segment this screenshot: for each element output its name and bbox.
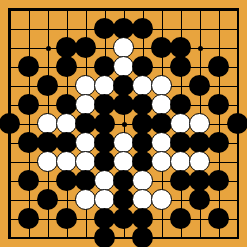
black-stone (132, 113, 153, 134)
white-stone (113, 151, 134, 172)
black-stone (37, 189, 58, 210)
black-stone (189, 170, 210, 191)
stones-layer (0, 0, 247, 247)
white-stone (94, 189, 115, 210)
black-stone (132, 56, 153, 77)
white-stone (189, 151, 210, 172)
black-stone (56, 94, 77, 115)
black-stone (94, 113, 115, 134)
black-stone (113, 208, 134, 229)
black-stone (113, 170, 134, 191)
black-stone (18, 170, 39, 191)
black-stone (189, 75, 210, 96)
black-stone (170, 170, 191, 191)
black-stone (170, 132, 191, 153)
black-stone (189, 132, 210, 153)
white-stone (37, 151, 58, 172)
white-stone (151, 189, 172, 210)
white-stone (56, 113, 77, 134)
black-stone (56, 56, 77, 77)
black-stone (132, 94, 153, 115)
white-stone (75, 132, 96, 153)
white-stone (132, 170, 153, 191)
white-stone (113, 37, 134, 58)
black-stone (75, 37, 96, 58)
black-stone (113, 18, 134, 39)
black-stone (208, 170, 229, 191)
black-stone (113, 189, 134, 210)
black-stone (170, 208, 191, 229)
black-stone (208, 208, 229, 229)
black-stone (18, 94, 39, 115)
black-stone (170, 94, 191, 115)
white-stone (132, 75, 153, 96)
black-stone (151, 113, 172, 134)
black-stone (132, 151, 153, 172)
black-stone (56, 132, 77, 153)
black-stone (18, 208, 39, 229)
white-stone (94, 75, 115, 96)
black-stone (132, 227, 153, 247)
black-stone (56, 170, 77, 191)
black-stone (208, 132, 229, 153)
black-stone (18, 56, 39, 77)
black-stone (113, 75, 134, 96)
white-stone (132, 189, 153, 210)
black-stone (0, 113, 20, 134)
black-stone (94, 132, 115, 153)
black-stone (75, 170, 96, 191)
white-stone (75, 189, 96, 210)
black-stone (132, 208, 153, 229)
white-stone (170, 113, 191, 134)
black-stone (94, 56, 115, 77)
white-stone (189, 113, 210, 134)
black-stone (56, 37, 77, 58)
white-stone (75, 151, 96, 172)
black-stone (18, 132, 39, 153)
white-stone (94, 170, 115, 191)
black-stone (170, 56, 191, 77)
white-stone (151, 132, 172, 153)
black-stone (227, 113, 247, 134)
white-stone (151, 151, 172, 172)
white-stone (151, 75, 172, 96)
black-stone (132, 132, 153, 153)
black-stone (94, 18, 115, 39)
white-stone (37, 113, 58, 134)
black-stone (132, 18, 153, 39)
go-board[interactable] (0, 0, 247, 247)
black-stone (75, 113, 96, 134)
black-stone (56, 208, 77, 229)
black-stone (94, 208, 115, 229)
black-stone (208, 56, 229, 77)
go-board-screenshot (0, 0, 247, 247)
black-stone (208, 94, 229, 115)
white-stone (56, 151, 77, 172)
black-stone (37, 132, 58, 153)
black-stone (37, 75, 58, 96)
black-stone (94, 227, 115, 247)
white-stone (170, 151, 191, 172)
white-stone (75, 75, 96, 96)
white-stone (113, 132, 134, 153)
white-stone (75, 94, 96, 115)
black-stone (113, 94, 134, 115)
black-stone (151, 37, 172, 58)
black-stone (94, 94, 115, 115)
white-stone (151, 94, 172, 115)
black-stone (189, 189, 210, 210)
black-stone (94, 151, 115, 172)
white-stone (113, 56, 134, 77)
black-stone (170, 37, 191, 58)
